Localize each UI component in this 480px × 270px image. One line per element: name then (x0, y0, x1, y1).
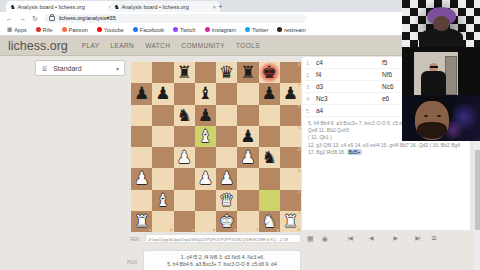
file-coordinate: h (298, 228, 300, 232)
lichess-favicon-icon: ♞ (114, 4, 119, 10)
webcam-feed-bottom (402, 95, 480, 141)
white-move[interactable]: a4 (316, 107, 382, 114)
square-h1[interactable]: ♜1h (280, 211, 301, 232)
bookmark-youtube[interactable]: Youtube (97, 27, 124, 33)
pgn-line: 5. h4 Bb4 6. a3 Bxc3+ 7. bxc3 O-O 8. c5 … (144, 261, 300, 268)
white-pawn-piece: ♟ (219, 170, 234, 187)
square-g6[interactable] (259, 105, 280, 126)
white-pawn-piece: ♟ (134, 170, 149, 187)
square-d7[interactable]: ♝ (195, 83, 216, 104)
square-a4[interactable] (131, 147, 152, 168)
back-icon[interactable]: ← (6, 15, 13, 22)
analysis-controls: ▦◉|◀◀▶▶|≡ (302, 231, 470, 245)
white-pawn-piece: ♟ (198, 170, 213, 187)
square-e7[interactable] (216, 83, 237, 104)
fen-label: FEN (130, 237, 139, 242)
skip-first-icon[interactable]: |◀ (348, 235, 352, 241)
crown-icon: ♕ (41, 64, 48, 73)
lichess-logo[interactable]: lichess.org (8, 39, 68, 53)
white-move[interactable]: f4 (316, 71, 382, 78)
bookmark-label: Rife (43, 27, 53, 33)
square-e5[interactable] (216, 126, 237, 147)
white-move[interactable]: Nc3 (316, 95, 382, 102)
file-coordinate: e (234, 228, 236, 232)
square-d8[interactable] (195, 62, 216, 83)
square-a8[interactable] (131, 62, 152, 83)
white-pawn-piece: ♟ (177, 149, 192, 166)
reload-icon[interactable]: ↻ (32, 15, 38, 22)
person-face (433, 16, 450, 31)
square-f6[interactable] (237, 105, 258, 126)
rank-coordinate: 6 (298, 105, 300, 109)
opening-explorer-icon[interactable]: ▦ (307, 235, 314, 242)
rank-coordinate: 3 (298, 169, 300, 173)
square-f1[interactable]: f (237, 211, 258, 232)
square-c3[interactable] (174, 168, 195, 189)
white-queen-piece: ♛ (219, 192, 234, 209)
square-c4[interactable]: ♟ (174, 147, 195, 168)
white-pawn-piece: ♟ (240, 149, 255, 166)
lichess-nav-menu: PLAYLEARNWATCHCOMMUNITYTOOLS (82, 42, 260, 49)
square-c6[interactable]: ♞ (174, 105, 195, 126)
rank-coordinate: 8 (298, 63, 300, 67)
room-door (445, 56, 457, 95)
rank-coordinate: 1 (298, 211, 300, 215)
bookmark-label: Youtube (104, 27, 124, 33)
bookmark-label: Facebook (140, 27, 164, 33)
white-knight-piece: ♞ (262, 213, 277, 230)
square-b6[interactable] (152, 105, 173, 126)
white-bishop-piece: ♝ (155, 192, 170, 209)
black-knight-piece: ♞ (177, 107, 192, 124)
square-b4[interactable] (152, 147, 173, 168)
black-rook-piece: ♜ (177, 64, 192, 81)
square-e4[interactable] (216, 147, 237, 168)
square-b1[interactable]: b (152, 211, 173, 232)
browser-tab-1[interactable]: ♞ Analysis board • lichess.org × (6, 1, 116, 12)
square-c1[interactable]: c (174, 211, 195, 232)
square-a2[interactable] (131, 190, 152, 211)
restream-icon (277, 27, 282, 32)
tab-title: Analysis board • lichess.org (121, 4, 188, 10)
move-number: 5 (302, 108, 316, 114)
square-d3[interactable]: ♟ (195, 168, 216, 189)
white-move[interactable]: c4 (316, 59, 382, 66)
white-rook-piece: ♜ (134, 213, 149, 230)
square-e6[interactable] (216, 105, 237, 126)
bookmark-twitch[interactable]: Twitch (173, 27, 196, 33)
square-f7[interactable] (237, 83, 258, 104)
bookmark-label: Patreon (69, 27, 88, 33)
square-c5[interactable] (174, 126, 195, 147)
bookmark-restream[interactable]: restream (277, 27, 306, 33)
square-b8[interactable] (152, 62, 173, 83)
square-b5[interactable] (152, 126, 173, 147)
black-pawn-piece: ♟ (134, 85, 149, 102)
move-number: 4 (302, 96, 316, 102)
browser-tab-2[interactable]: ♞ Analysis board • lichess.org × (110, 1, 220, 12)
square-f3[interactable] (237, 168, 258, 189)
variant-value: Standard (53, 65, 81, 72)
square-d6[interactable]: ♟ (195, 105, 216, 126)
current-move[interactable]: Bd5+ (347, 149, 363, 155)
nav-community[interactable]: COMMUNITY (181, 42, 225, 49)
bookmark-label: restream (284, 27, 306, 33)
menu-icon[interactable]: ≡ (431, 234, 436, 243)
square-h7[interactable]: ♟7 (280, 83, 301, 104)
lock-icon (49, 16, 55, 21)
variation-line[interactable]: 12. g3 Qf6 13. c4 e5 14. e3 exf4 15. gxf… (308, 142, 465, 149)
rank-coordinate: 2 (298, 190, 300, 194)
bookmark-apps[interactable]: ▦Apps (7, 27, 27, 33)
square-h6[interactable]: 6 (280, 105, 301, 126)
youtube-icon (97, 27, 102, 32)
white-bishop-piece: ♝ (198, 128, 213, 145)
square-g8[interactable]: ♚ (259, 62, 280, 83)
square-d5[interactable]: ♝ (195, 126, 216, 147)
white-king-piece: ♚ (219, 213, 234, 230)
square-h5[interactable]: 5 (280, 126, 301, 147)
square-c2[interactable] (174, 190, 195, 211)
black-pawn-piece: ♟ (262, 85, 277, 102)
step-back-icon[interactable]: ◀ (369, 235, 374, 241)
file-coordinate: g (277, 228, 279, 232)
black-pawn-piece: ♟ (240, 128, 255, 145)
variant-select[interactable]: ♕ Standard ▾ (35, 60, 125, 76)
bookmark-label: Apps (14, 27, 27, 33)
square-h3[interactable]: 3 (280, 168, 301, 189)
file-coordinate: a (149, 228, 151, 232)
square-f8[interactable]: ♜ (237, 62, 258, 83)
nav-tools[interactable]: TOOLS (236, 42, 260, 49)
pgn-textarea[interactable]: 1. c4 f5 2. f4 Nf6 3. d3 Nc6 4. Nc3 e6 5… (143, 250, 301, 270)
black-pawn-piece: ♟ (155, 85, 170, 102)
bookmark-rife[interactable]: Rife (36, 27, 53, 33)
square-e1[interactable]: ♚e (216, 211, 237, 232)
square-b3[interactable] (152, 168, 173, 189)
practice-icon[interactable]: ◉ (322, 235, 328, 242)
bookmark-twitter[interactable]: Twitter (245, 27, 268, 33)
bookmark-label: Instagram (212, 27, 236, 33)
variation-line[interactable]: 17. Bg2 Rcf8 18. Bd5+ (308, 149, 465, 156)
square-c7[interactable] (174, 83, 195, 104)
black-pawn-piece: ♟ (198, 107, 213, 124)
square-g3[interactable] (259, 168, 280, 189)
rife-icon (36, 27, 41, 32)
skip-last-icon[interactable]: ▶| (415, 235, 419, 241)
square-h8[interactable]: 8 (280, 62, 301, 83)
square-d4[interactable] (195, 147, 216, 168)
lichess-favicon-icon: ♞ (10, 4, 15, 10)
move-number: 3 (302, 84, 316, 90)
square-g7[interactable]: ♟ (259, 83, 280, 104)
black-king-piece: ♚ (262, 64, 277, 81)
square-e8[interactable]: ♛ (216, 62, 237, 83)
white-rook-piece: ♜ (283, 213, 298, 230)
patreon-icon (62, 27, 67, 32)
person-silhouette (421, 71, 446, 95)
square-g4[interactable]: ♞ (259, 147, 280, 168)
bookmark-facebook[interactable]: Facebook (133, 27, 164, 33)
black-knight-piece: ♞ (262, 149, 277, 166)
url-text: lichess.org/analysis#35 (59, 15, 116, 21)
webcam-feed-middle (402, 47, 480, 95)
square-a1[interactable]: ♜a (131, 211, 152, 232)
forward-icon[interactable]: → (19, 15, 26, 22)
nav-watch[interactable]: WATCH (145, 42, 170, 49)
square-a6[interactable] (131, 105, 152, 126)
square-e3[interactable]: ♟ (216, 168, 237, 189)
black-pawn-piece: ♟ (283, 85, 298, 102)
person-glasses (430, 66, 438, 68)
square-e2[interactable]: ♛ (216, 190, 237, 211)
move-number: 1 (302, 60, 316, 66)
file-coordinate: d (213, 228, 215, 232)
rank-coordinate: 5 (298, 126, 300, 130)
apps-grid-icon: ▦ (7, 27, 12, 33)
square-f2[interactable] (237, 190, 258, 211)
square-a7[interactable]: ♟ (131, 83, 152, 104)
bookmark-instagram[interactable]: Instagram (205, 27, 236, 33)
instagram-icon (205, 27, 210, 32)
black-rook-piece: ♜ (240, 64, 255, 81)
square-a3[interactable]: ♟ (131, 168, 152, 189)
chevron-down-icon: ▾ (116, 65, 119, 72)
square-h2[interactable]: 2 (280, 190, 301, 211)
chess-board[interactable]: ♜♛♜♚8♟♟♝♟♟7♞♟6♝♟5♟♟♞4♟♟♟3♝♛2♜abcd♚ef♞g♜1… (131, 62, 301, 232)
person-beard (417, 122, 447, 139)
tab-close-icon[interactable]: × (212, 4, 216, 10)
white-move[interactable]: d3 (316, 83, 382, 90)
twitch-icon (173, 27, 178, 32)
square-g1[interactable]: ♞g (259, 211, 280, 232)
rank-coordinate: 7 (298, 84, 300, 88)
bookmark-label: Twitter (252, 27, 268, 33)
file-coordinate: c (192, 228, 194, 232)
tab-title: Analysis board • lichess.org (17, 4, 84, 10)
screen: ♞ Analysis board • lichess.org × ♞ Analy… (0, 0, 480, 270)
black-bishop-piece: ♝ (198, 85, 213, 102)
square-c8[interactable]: ♜ (174, 62, 195, 83)
rank-coordinate: 4 (298, 148, 300, 152)
webcam-feed-top (402, 0, 480, 47)
square-h4[interactable]: 4 (280, 147, 301, 168)
fen-input[interactable]: 2r1qrk1/pp1b2pp/2np4/3B1p2/2P2Pn1/P2PP3/… (145, 234, 301, 243)
square-a5[interactable] (131, 126, 152, 147)
scrollbar-thumb[interactable] (475, 150, 480, 230)
square-f4[interactable]: ♟ (237, 147, 258, 168)
step-forward-icon[interactable]: ▶ (394, 235, 399, 241)
nav-learn[interactable]: LEARN (111, 42, 135, 49)
square-d2[interactable] (195, 190, 216, 211)
pgn-label: PGN (127, 260, 137, 265)
address-bar[interactable]: lichess.org/analysis#35 (44, 14, 306, 23)
file-coordinate: b (170, 228, 172, 232)
square-b2[interactable]: ♝ (152, 190, 173, 211)
new-tab-button[interactable]: + (218, 2, 223, 11)
square-b7[interactable]: ♟ (152, 83, 173, 104)
facebook-icon (133, 27, 138, 32)
square-g2[interactable] (259, 190, 280, 211)
square-d1[interactable]: d (195, 211, 216, 232)
move-number: 2 (302, 72, 316, 78)
bookmark-label: Twitch (180, 27, 196, 33)
file-coordinate: f (256, 228, 257, 232)
square-f5[interactable]: ♟ (237, 126, 258, 147)
black-queen-piece: ♛ (219, 64, 234, 81)
bookmark-patreon[interactable]: Patreon (62, 27, 88, 33)
square-g5[interactable] (259, 126, 280, 147)
pgn-line: 1. c4 f5 2. f4 Nf6 3. d3 Nc6 4. Nc3 e6 (144, 254, 300, 261)
twitter-icon (245, 27, 250, 32)
nav-play[interactable]: PLAY (82, 42, 100, 49)
